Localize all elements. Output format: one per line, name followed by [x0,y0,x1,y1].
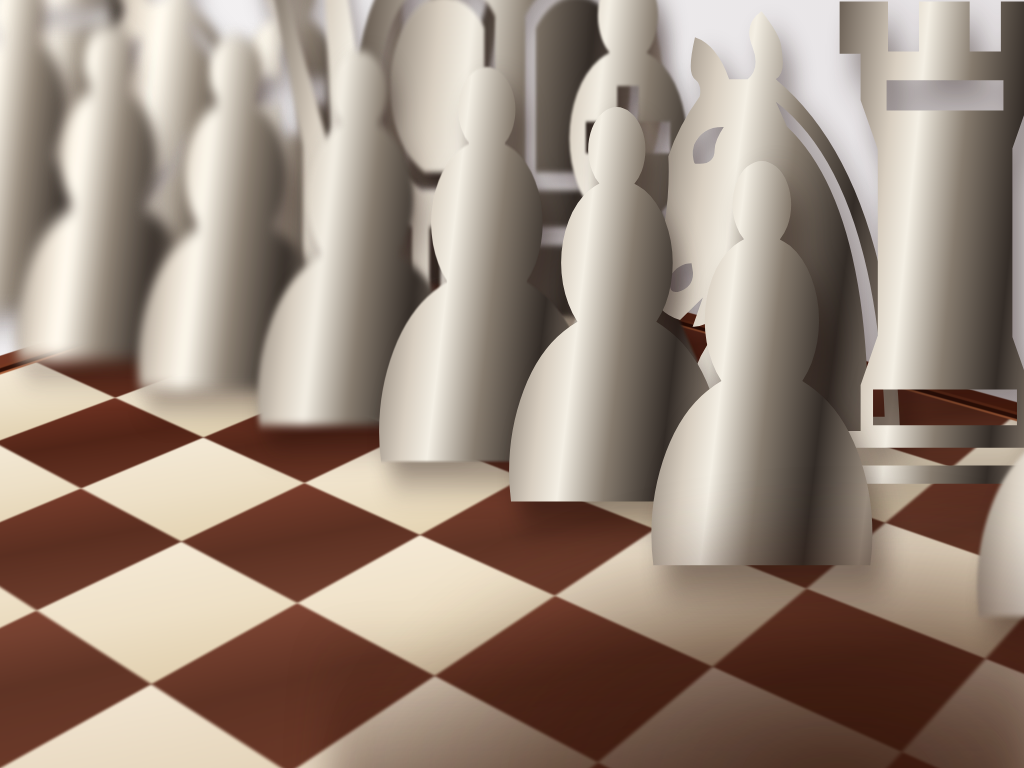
photo-stage: ♜ ♞ ♝ ♛ ♚ ♝ ♞ ♜ ♟ ♟ ♟ ♟ ♟ ♟ ♟ ♟ [0,0,1024,768]
piece-pawn-h2: ♟ [924,160,1024,700]
piece-pawn-g2: ♟ [597,97,928,651]
